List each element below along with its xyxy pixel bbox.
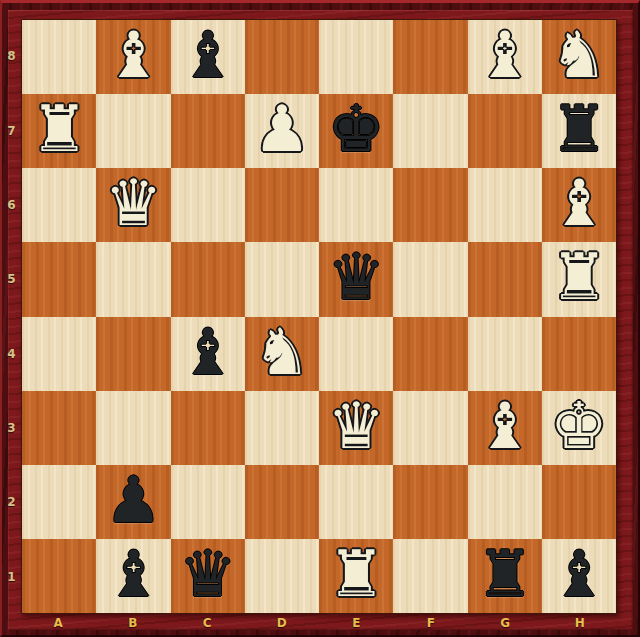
square-g8[interactable]: ♝ [468,20,542,94]
file-label-f: F [394,613,469,632]
square-g3[interactable]: ♝ [468,391,542,465]
square-h3[interactable]: ♚ [542,391,616,465]
piece-white-pawn[interactable]: ♟ [253,97,310,161]
file-label-a: A [21,613,96,632]
piece-white-rook[interactable]: ♜ [327,542,384,606]
square-h1[interactable]: ♝ [542,539,616,613]
file-label-c: C [170,613,245,632]
square-d6[interactable] [245,168,319,242]
square-d8[interactable] [245,20,319,94]
rank-labels: 87654321 [0,19,21,614]
square-a3[interactable] [22,391,96,465]
square-a7[interactable]: ♜ [22,94,96,168]
square-a6[interactable] [22,168,96,242]
piece-black-bishop[interactable]: ♝ [179,23,236,87]
rank-label-6: 6 [0,168,21,242]
piece-white-knight[interactable]: ♞ [550,23,607,87]
square-f5[interactable] [393,242,467,316]
square-h7[interactable]: ♜ [542,94,616,168]
file-label-d: D [245,613,320,632]
rank-label-2: 2 [0,465,21,539]
square-b4[interactable] [96,317,170,391]
square-h2[interactable] [542,465,616,539]
square-g7[interactable] [468,94,542,168]
square-a8[interactable] [22,20,96,94]
square-a5[interactable] [22,242,96,316]
square-d7[interactable]: ♟ [245,94,319,168]
square-d1[interactable] [245,539,319,613]
piece-white-bishop[interactable]: ♝ [476,394,533,458]
square-a2[interactable] [22,465,96,539]
square-b8[interactable]: ♝ [96,20,170,94]
square-d5[interactable] [245,242,319,316]
piece-black-queen[interactable]: ♛ [327,245,384,309]
square-b1[interactable]: ♝ [96,539,170,613]
piece-black-king[interactable]: ♚ [327,97,384,161]
piece-white-queen[interactable]: ♛ [327,394,384,458]
piece-white-knight[interactable]: ♞ [253,320,310,384]
square-f8[interactable] [393,20,467,94]
square-b7[interactable] [96,94,170,168]
piece-black-rook[interactable]: ♜ [550,97,607,161]
square-f4[interactable] [393,317,467,391]
square-b3[interactable] [96,391,170,465]
piece-black-rook[interactable]: ♜ [476,542,533,606]
square-e8[interactable] [319,20,393,94]
file-label-g: G [468,613,543,632]
square-g1[interactable]: ♜ [468,539,542,613]
square-c2[interactable] [171,465,245,539]
square-c7[interactable] [171,94,245,168]
square-c1[interactable]: ♛ [171,539,245,613]
rank-label-7: 7 [0,93,21,167]
square-g6[interactable] [468,168,542,242]
rank-label-8: 8 [0,19,21,93]
piece-white-king[interactable]: ♚ [550,394,607,458]
square-f2[interactable] [393,465,467,539]
rank-label-5: 5 [0,242,21,316]
square-b6[interactable]: ♛ [96,168,170,242]
square-g2[interactable] [468,465,542,539]
rank-label-1: 1 [0,540,21,614]
square-g4[interactable] [468,317,542,391]
square-h5[interactable]: ♜ [542,242,616,316]
piece-white-queen[interactable]: ♛ [105,171,162,235]
file-label-b: B [96,613,171,632]
square-c8[interactable]: ♝ [171,20,245,94]
file-labels: ABCDEFGH [21,613,617,632]
square-d4[interactable]: ♞ [245,317,319,391]
square-h6[interactable]: ♝ [542,168,616,242]
piece-white-bishop[interactable]: ♝ [476,23,533,87]
square-b5[interactable] [96,242,170,316]
square-f3[interactable] [393,391,467,465]
square-d3[interactable] [245,391,319,465]
square-e4[interactable] [319,317,393,391]
square-b2[interactable]: ♟ [96,465,170,539]
piece-white-bishop[interactable]: ♝ [105,23,162,87]
square-f7[interactable] [393,94,467,168]
piece-black-queen[interactable]: ♛ [179,542,236,606]
square-g5[interactable] [468,242,542,316]
piece-white-rook[interactable]: ♜ [550,245,607,309]
square-f1[interactable] [393,539,467,613]
piece-white-bishop[interactable]: ♝ [550,171,607,235]
square-f6[interactable] [393,168,467,242]
square-a1[interactable] [22,539,96,613]
piece-black-bishop[interactable]: ♝ [105,542,162,606]
piece-black-bishop[interactable]: ♝ [179,320,236,384]
square-h4[interactable] [542,317,616,391]
chessboard: ♝♝♝♞♜♟♚♜♛♝♛♜♝♞♛♝♚♟♝♛♜♜♝ [21,19,617,614]
square-c3[interactable] [171,391,245,465]
file-label-h: H [543,613,618,632]
piece-black-pawn[interactable]: ♟ [105,468,162,532]
piece-black-bishop[interactable]: ♝ [550,542,607,606]
square-d2[interactable] [245,465,319,539]
square-e1[interactable]: ♜ [319,539,393,613]
file-label-e: E [319,613,394,632]
square-c6[interactable] [171,168,245,242]
square-e7[interactable]: ♚ [319,94,393,168]
square-e6[interactable] [319,168,393,242]
square-e2[interactable] [319,465,393,539]
square-e5[interactable]: ♛ [319,242,393,316]
square-e3[interactable]: ♛ [319,391,393,465]
rank-label-4: 4 [0,317,21,391]
square-h8[interactable]: ♞ [542,20,616,94]
piece-white-rook[interactable]: ♜ [30,97,87,161]
square-a4[interactable] [22,317,96,391]
rank-label-3: 3 [0,391,21,465]
square-c4[interactable]: ♝ [171,317,245,391]
square-c5[interactable] [171,242,245,316]
